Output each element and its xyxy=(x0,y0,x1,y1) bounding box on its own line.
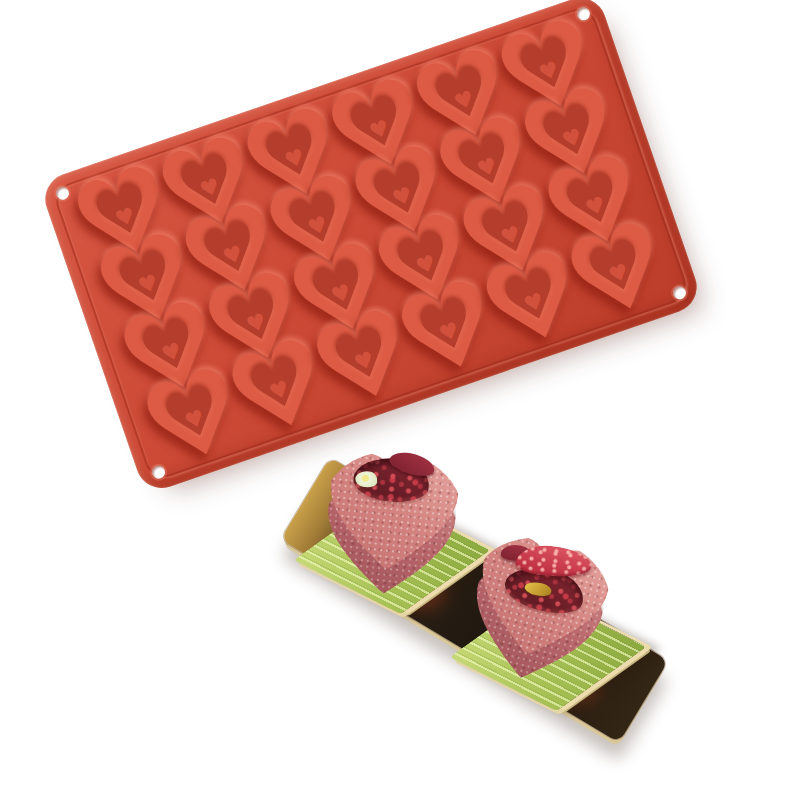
corner-hang-hole xyxy=(150,464,167,481)
heart-recess: ♥ xyxy=(255,114,330,193)
heart-cavity-grid: ♥♥♥♥♥♥♥♥♥♥♥♥♥♥♥♥♥♥♥♥♥♥♥♥♥♥♥♥♥♥♥♥♥♥♥♥♥♥♥♥… xyxy=(70,20,672,466)
heart-cake xyxy=(314,445,468,599)
heart-center-bump: ♥ xyxy=(413,251,439,278)
heart-center-bump: ♥ xyxy=(475,155,501,182)
heart-center-bump: ♥ xyxy=(367,116,393,143)
heart-recess: ♥ xyxy=(340,85,415,164)
heart-center-bump: ♥ xyxy=(583,193,609,220)
heart-center-bump: ♥ xyxy=(328,281,354,308)
heart-center-bump: ♥ xyxy=(135,271,161,298)
heart-center-bump: ♥ xyxy=(352,348,378,375)
heart-center-bump: ♥ xyxy=(559,125,585,152)
heart-center-bump: ♥ xyxy=(436,319,462,346)
heart-recess: ♥ xyxy=(86,172,161,251)
heart-center-bump: ♥ xyxy=(606,261,632,288)
heart-center-bump: ♥ xyxy=(220,242,246,269)
corner-hang-hole xyxy=(54,185,71,202)
heart-recess: ♥ xyxy=(170,143,245,222)
heart-center-bump: ♥ xyxy=(267,377,293,404)
corner-hang-hole xyxy=(671,285,688,302)
heart-center-bump: ♥ xyxy=(159,339,185,366)
silicone-heart-mold: ♥♥♥♥♥♥♥♥♥♥♥♥♥♥♥♥♥♥♥♥♥♥♥♥♥♥♥♥♥♥♥♥♥♥♥♥♥♥♥♥… xyxy=(38,0,703,495)
heart-center-bump: ♥ xyxy=(536,58,562,85)
heart-center-bump: ♥ xyxy=(305,213,331,240)
heart-center-bump: ♥ xyxy=(521,290,547,317)
product-photo-stage: ♥♥♥♥♥♥♥♥♥♥♥♥♥♥♥♥♥♥♥♥♥♥♥♥♥♥♥♥♥♥♥♥♥♥♥♥♥♥♥♥… xyxy=(0,0,800,800)
heart-center-bump: ♥ xyxy=(498,222,524,249)
heart-center-bump: ♥ xyxy=(182,407,208,434)
heart-center-bump: ♥ xyxy=(282,145,308,172)
heart-recess: ♥ xyxy=(510,26,585,105)
heart-recess: ♥ xyxy=(425,55,500,134)
heart-center-bump: ♥ xyxy=(390,184,416,211)
heart-center-bump: ♥ xyxy=(197,175,223,202)
heart-center-bump: ♥ xyxy=(112,204,138,231)
heart-center-bump: ♥ xyxy=(451,87,477,114)
heart-center-bump: ♥ xyxy=(244,310,270,337)
